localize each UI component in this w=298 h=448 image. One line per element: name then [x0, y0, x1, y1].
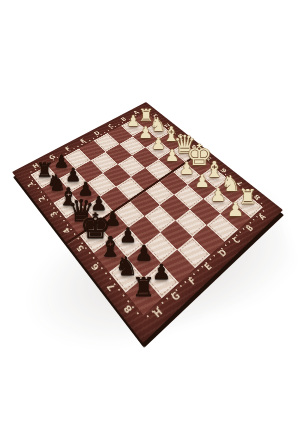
chess-set-photo: AA11BB22CC33DD44EE55FF66GG77HH88 ♜♟♞♟♝♟♛…	[0, 0, 298, 448]
